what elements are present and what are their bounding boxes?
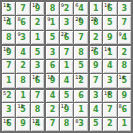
cell-r7c3[interactable]: 7 <box>31 89 44 102</box>
cell-digit: 1 <box>121 120 127 128</box>
cell-digit: 3 <box>121 5 127 13</box>
cell-r3c7[interactable]: 2 <box>89 31 102 44</box>
sudoku-board: 1357179892641166312486291326922857893152… <box>0 0 133 133</box>
cell-r5c9[interactable]: 8 <box>118 60 131 73</box>
cage-sum: 14 <box>32 74 38 80</box>
cage-sum: 13 <box>17 103 23 109</box>
cell-digit: 9 <box>20 120 26 128</box>
cell-r7c7[interactable]: 3 <box>89 89 102 102</box>
cell-digit: 7 <box>50 120 56 128</box>
cell-r1c1[interactable]: 135 <box>2 2 15 15</box>
cage-sum: 5 <box>3 90 6 96</box>
cell-r5c2[interactable]: 2 <box>16 60 29 73</box>
cell-r2c1[interactable]: 124 <box>2 16 15 29</box>
cell-r6c8[interactable]: 3 <box>103 74 116 87</box>
cage-sum: 9 <box>119 31 122 37</box>
cell-r8c6[interactable]: 1 <box>74 103 87 116</box>
cell-digit: 2 <box>93 34 99 42</box>
cell-r7c8[interactable]: 198 <box>103 89 116 102</box>
cell-digit: 7 <box>107 106 113 114</box>
cell-digit: 2 <box>35 19 41 27</box>
cell-r8c7[interactable]: 4 <box>89 103 102 116</box>
cell-r4c2[interactable]: 4 <box>16 45 29 58</box>
cell-r2c9[interactable]: 7 <box>118 16 131 29</box>
cell-digit: 5 <box>107 19 113 27</box>
cage-sum: 9 <box>17 31 20 37</box>
cell-r4c3[interactable]: 5 <box>31 45 44 58</box>
cage-sum: 14 <box>119 74 125 80</box>
cage-sum: 8 <box>75 118 78 124</box>
cage-sum: 9 <box>61 2 64 8</box>
cell-r7c1[interactable]: 52 <box>2 89 15 102</box>
cell-digit: 2 <box>121 49 127 57</box>
cage-sum: 8 <box>17 16 20 22</box>
cell-r6c5[interactable]: 4 <box>60 74 73 87</box>
cell-digit: 7 <box>20 5 26 13</box>
cell-r7c9[interactable]: 9 <box>118 89 131 102</box>
cell-r4c7[interactable]: 276 <box>89 45 102 58</box>
cell-digit: 9 <box>107 34 113 42</box>
cell-r7c2[interactable]: 1 <box>16 89 29 102</box>
cage-sum: 12 <box>75 74 81 80</box>
cell-digit: 2 <box>50 106 56 114</box>
cell-r1c6[interactable]: 64 <box>74 2 87 15</box>
cell-digit: 3 <box>64 19 70 27</box>
cage-sum: 9 <box>47 16 50 22</box>
cell-r2c2[interactable]: 86 <box>16 16 29 29</box>
cell-r4c6[interactable]: 8 <box>74 45 87 58</box>
cage-sum: 15 <box>47 74 53 80</box>
cage-sum: 26 <box>75 16 81 22</box>
cell-r4c5[interactable]: 7 <box>60 45 73 58</box>
cell-r9c7[interactable]: 5 <box>89 118 102 131</box>
cell-r2c6[interactable]: 269 <box>74 16 87 29</box>
cell-digit: 6 <box>20 19 26 27</box>
cell-r1c5[interactable]: 92 <box>60 2 73 15</box>
cage-sum: 19 <box>104 90 110 96</box>
cell-r2c7[interactable]: 228 <box>89 16 102 29</box>
cage-sum: 15 <box>3 118 9 124</box>
cell-r2c3[interactable]: 2 <box>31 16 44 29</box>
cell-r3c5[interactable]: 236 <box>60 31 73 44</box>
cell-digit: 3 <box>20 34 26 42</box>
cell-r7c6[interactable]: 6 <box>74 89 87 102</box>
cage-sum: 11 <box>32 118 38 124</box>
cell-digit: 4 <box>121 34 127 42</box>
cage-sum: 23 <box>61 31 67 37</box>
cell-r9c9[interactable]: 1 <box>118 118 131 131</box>
cell-r8c9[interactable]: 86 <box>118 103 131 116</box>
cell-r6c4[interactable]: 159 <box>45 74 58 87</box>
cell-digit: 7 <box>93 77 99 85</box>
cell-digit: 3 <box>6 106 12 114</box>
cell-digit: 3 <box>50 49 56 57</box>
cell-r4c4[interactable]: 3 <box>45 45 58 58</box>
cage-sum: 17 <box>61 103 67 109</box>
cell-r6c7[interactable]: 7 <box>89 74 102 87</box>
cell-digit: 6 <box>121 106 127 114</box>
cell-r5c6[interactable]: 5 <box>74 60 87 73</box>
cell-r9c6[interactable]: 83 <box>74 118 87 131</box>
cell-digit: 5 <box>35 49 41 57</box>
cell-r9c5[interactable]: 8 <box>60 118 73 131</box>
cell-r8c2[interactable]: 135 <box>16 103 29 116</box>
cell-digit: 1 <box>6 77 12 85</box>
cell-digit: 4 <box>78 5 84 13</box>
cage-sum: 6 <box>75 2 78 8</box>
cell-r6c1[interactable]: 1 <box>2 74 15 87</box>
cell-r3c6[interactable]: 7 <box>74 31 87 44</box>
cage-sum: 13 <box>3 2 9 8</box>
cell-digit: 4 <box>20 49 26 57</box>
cell-r9c1[interactable]: 156 <box>2 118 15 131</box>
cell-digit: 9 <box>93 62 99 70</box>
cell-digit: 8 <box>20 77 26 85</box>
cell-digit: 5 <box>64 92 70 100</box>
cell-digit: 7 <box>121 19 127 27</box>
cell-digit: 4 <box>64 77 70 85</box>
cell-digit: 3 <box>35 62 41 70</box>
cell-digit: 7 <box>64 49 70 57</box>
cell-digit: 7 <box>78 34 84 42</box>
cell-digit: 3 <box>78 120 84 128</box>
cell-digit: 7 <box>35 92 41 100</box>
cell-digit: 4 <box>107 62 113 70</box>
cell-digit: 8 <box>64 120 70 128</box>
cell-r5c7[interactable]: 9 <box>89 60 102 73</box>
cell-r1c8[interactable]: 166 <box>103 2 116 15</box>
cell-digit: 2 <box>107 120 113 128</box>
cell-r4c1[interactable]: 109 <box>2 45 15 58</box>
cell-r1c4[interactable]: 8 <box>45 2 58 15</box>
cell-digit: 1 <box>78 106 84 114</box>
cell-digit: 2 <box>64 5 70 13</box>
cage-sum: 27 <box>91 46 97 52</box>
cell-r8c3[interactable]: 8 <box>31 103 44 116</box>
cell-r3c8[interactable]: 9 <box>103 31 116 44</box>
cage-sum: 10 <box>3 46 9 52</box>
cell-digit: 2 <box>20 62 26 70</box>
cell-r8c8[interactable]: 7 <box>103 103 116 116</box>
cell-r5c1[interactable]: 7 <box>2 60 15 73</box>
cage-sum: 22 <box>91 16 97 22</box>
cell-digit: 8 <box>6 34 12 42</box>
cell-r3c9[interactable]: 94 <box>118 31 131 44</box>
cell-digit: 6 <box>78 92 84 100</box>
cell-r6c6[interactable]: 122 <box>74 74 87 87</box>
cell-r8c1[interactable]: 3 <box>2 103 15 116</box>
cell-r6c3[interactable]: 146 <box>31 74 44 87</box>
cell-r7c5[interactable]: 5 <box>60 89 73 102</box>
cell-r4c9[interactable]: 2 <box>118 45 131 58</box>
cell-digit: 8 <box>78 49 84 57</box>
cell-r9c8[interactable]: 2 <box>103 118 116 131</box>
cell-r9c3[interactable]: 114 <box>31 118 44 131</box>
cell-r3c1[interactable]: 8 <box>2 31 15 44</box>
cell-r8c4[interactable]: 2 <box>45 103 58 116</box>
cell-digit: 1 <box>20 92 26 100</box>
cell-digit: 5 <box>78 62 84 70</box>
cell-digit: 1 <box>64 62 70 70</box>
cell-r3c2[interactable]: 93 <box>16 31 29 44</box>
cell-r9c2[interactable]: 9 <box>16 118 29 131</box>
cell-digit: 4 <box>93 106 99 114</box>
cell-r1c7[interactable]: 1 <box>89 2 102 15</box>
cell-digit: 8 <box>35 106 41 114</box>
cell-r3c4[interactable]: 5 <box>45 31 58 44</box>
cell-r5c8[interactable]: 4 <box>103 60 116 73</box>
cell-digit: 1 <box>35 34 41 42</box>
cell-digit: 1 <box>93 5 99 13</box>
cell-r5c5[interactable]: 1 <box>60 60 73 73</box>
cell-digit: 7 <box>6 62 12 70</box>
cell-digit: 6 <box>50 62 56 70</box>
cell-digit: 5 <box>93 120 99 128</box>
cell-r2c4[interactable]: 91 <box>45 16 58 29</box>
cell-digit: 8 <box>50 5 56 13</box>
cell-digit: 4 <box>50 92 56 100</box>
cell-digit: 2 <box>6 92 12 100</box>
cage-sum: 14 <box>104 46 110 52</box>
cell-digit: 8 <box>121 62 127 70</box>
cage-sum: 12 <box>3 16 9 22</box>
cell-r1c9[interactable]: 3 <box>118 2 131 15</box>
cage-sum: 16 <box>104 2 110 8</box>
cell-r1c3[interactable]: 179 <box>31 2 44 15</box>
cell-r5c4[interactable]: 6 <box>45 60 58 73</box>
cage-sum: 17 <box>32 2 38 8</box>
cell-r6c2[interactable]: 8 <box>16 74 29 87</box>
cell-r2c8[interactable]: 5 <box>103 16 116 29</box>
cell-r6c9[interactable]: 145 <box>118 74 131 87</box>
cell-r1c2[interactable]: 7 <box>16 2 29 15</box>
cell-digit: 3 <box>93 92 99 100</box>
cell-r3c3[interactable]: 1 <box>31 31 44 44</box>
cage-sum: 8 <box>119 103 122 109</box>
cell-digit: 9 <box>121 92 127 100</box>
cell-r9c4[interactable]: 7 <box>45 118 58 131</box>
cell-digit: 3 <box>107 77 113 85</box>
cell-r7c4[interactable]: 4 <box>45 89 58 102</box>
cell-digit: 1 <box>50 19 56 27</box>
cell-r4c8[interactable]: 141 <box>103 45 116 58</box>
cell-r2c5[interactable]: 3 <box>60 16 73 29</box>
cell-r8c5[interactable]: 179 <box>60 103 73 116</box>
cell-digit: 5 <box>50 34 56 42</box>
cell-r5c3[interactable]: 3 <box>31 60 44 73</box>
